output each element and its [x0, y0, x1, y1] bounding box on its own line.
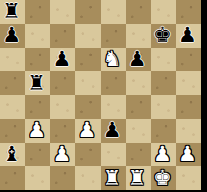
square-e8[interactable]	[101, 0, 126, 24]
square-h6[interactable]	[176, 48, 201, 72]
white-rook[interactable]: ♜	[103, 168, 122, 189]
square-f5[interactable]	[126, 71, 151, 95]
square-e5[interactable]	[101, 71, 126, 95]
square-f7[interactable]	[126, 24, 151, 48]
square-d3[interactable]: ♟	[75, 119, 100, 143]
black-pawn[interactable]: ♟	[52, 49, 71, 70]
black-pawn[interactable]: ♟	[2, 25, 21, 46]
square-g5[interactable]	[151, 71, 176, 95]
square-d4[interactable]	[75, 95, 100, 119]
chessboard: ♜♟♚♟♟♞♟♜♟♟♟♝♟♟♟♜♜♚	[0, 0, 202, 190]
square-a5[interactable]	[0, 71, 25, 95]
black-rook[interactable]: ♜	[2, 1, 21, 22]
square-d8[interactable]	[75, 0, 100, 24]
white-pawn[interactable]: ♟	[52, 144, 71, 165]
square-a4[interactable]	[0, 95, 25, 119]
white-pawn[interactable]: ♟	[27, 120, 46, 141]
square-g4[interactable]	[151, 95, 176, 119]
white-knight[interactable]: ♞	[103, 49, 122, 70]
square-d7[interactable]	[75, 24, 100, 48]
square-d1[interactable]	[75, 166, 100, 190]
square-h4[interactable]	[176, 95, 201, 119]
white-pawn[interactable]: ♟	[78, 120, 97, 141]
square-a8[interactable]: ♜	[0, 0, 25, 24]
square-c4[interactable]	[50, 95, 75, 119]
square-b3[interactable]: ♟	[25, 119, 50, 143]
white-pawn[interactable]: ♟	[153, 144, 172, 165]
square-h3[interactable]	[176, 119, 201, 143]
square-c6[interactable]: ♟	[50, 48, 75, 72]
square-d2[interactable]	[75, 143, 100, 167]
square-b5[interactable]: ♜	[25, 71, 50, 95]
square-c2[interactable]: ♟	[50, 143, 75, 167]
square-f8[interactable]	[126, 0, 151, 24]
white-rook[interactable]: ♜	[128, 168, 147, 189]
square-h2[interactable]: ♟	[176, 143, 201, 167]
square-a7[interactable]: ♟	[0, 24, 25, 48]
square-e2[interactable]	[101, 143, 126, 167]
square-f1[interactable]: ♜	[126, 166, 151, 190]
square-b7[interactable]	[25, 24, 50, 48]
square-e3[interactable]: ♟	[101, 119, 126, 143]
square-g1[interactable]: ♚	[151, 166, 176, 190]
square-b6[interactable]	[25, 48, 50, 72]
black-pawn[interactable]: ♟	[178, 25, 197, 46]
square-g2[interactable]: ♟	[151, 143, 176, 167]
white-king[interactable]: ♚	[153, 168, 172, 189]
square-g7[interactable]: ♚	[151, 24, 176, 48]
square-f2[interactable]	[126, 143, 151, 167]
black-bishop[interactable]: ♝	[2, 144, 21, 165]
square-b2[interactable]	[25, 143, 50, 167]
square-c3[interactable]	[50, 119, 75, 143]
square-b1[interactable]	[25, 166, 50, 190]
square-a6[interactable]	[0, 48, 25, 72]
square-g3[interactable]	[151, 119, 176, 143]
square-c7[interactable]	[50, 24, 75, 48]
square-e1[interactable]: ♜	[101, 166, 126, 190]
square-h8[interactable]	[176, 0, 201, 24]
square-f3[interactable]	[126, 119, 151, 143]
square-a2[interactable]: ♝	[0, 143, 25, 167]
black-king[interactable]: ♚	[153, 25, 172, 46]
square-b4[interactable]	[25, 95, 50, 119]
square-a3[interactable]	[0, 119, 25, 143]
square-h7[interactable]: ♟	[176, 24, 201, 48]
black-pawn[interactable]: ♟	[103, 120, 122, 141]
square-d6[interactable]	[75, 48, 100, 72]
white-pawn[interactable]: ♟	[178, 144, 197, 165]
chess-app-window: ♜♟♚♟♟♞♟♜♟♟♟♝♟♟♟♜♜♚	[0, 0, 207, 192]
square-d5[interactable]	[75, 71, 100, 95]
square-c5[interactable]	[50, 71, 75, 95]
square-c1[interactable]	[50, 166, 75, 190]
square-f4[interactable]	[126, 95, 151, 119]
square-c8[interactable]	[50, 0, 75, 24]
square-e6[interactable]: ♞	[101, 48, 126, 72]
black-rook[interactable]: ♜	[27, 73, 46, 94]
square-h1[interactable]	[176, 166, 201, 190]
black-pawn[interactable]: ♟	[128, 49, 147, 70]
square-h5[interactable]	[176, 71, 201, 95]
square-a1[interactable]	[0, 166, 25, 190]
square-e7[interactable]	[101, 24, 126, 48]
square-g6[interactable]	[151, 48, 176, 72]
square-e4[interactable]	[101, 95, 126, 119]
square-f6[interactable]: ♟	[126, 48, 151, 72]
square-b8[interactable]	[25, 0, 50, 24]
square-g8[interactable]	[151, 0, 176, 24]
